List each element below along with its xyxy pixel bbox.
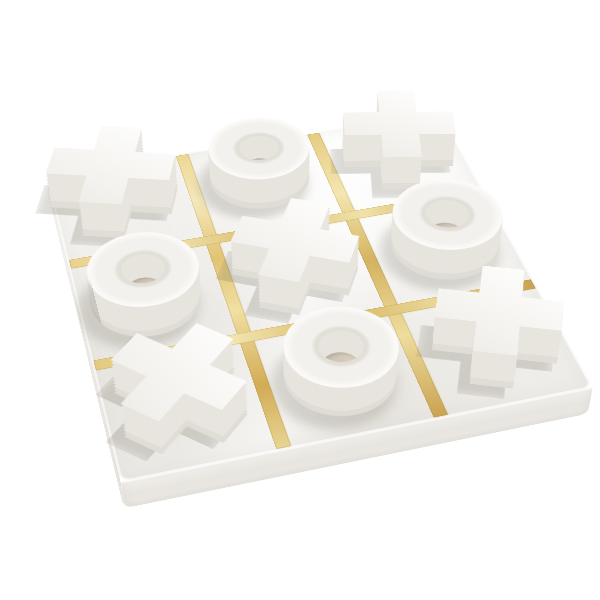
x-piece-row0-col0 — [42, 158, 183, 242]
o-piece-row2-col1 — [272, 327, 412, 427]
x-piece-row2-col2 — [428, 295, 560, 394]
x-piece-row2-col0 — [89, 341, 271, 472]
product-photo-tic-tac-toe-set — [0, 0, 600, 600]
scene — [0, 0, 600, 600]
tic-tac-toe-board — [46, 112, 593, 482]
